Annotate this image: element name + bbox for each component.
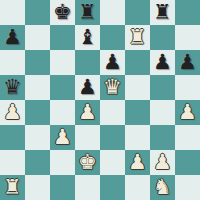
square-g2[interactable]: ♟ bbox=[150, 150, 175, 175]
black-bishop-piece: ♝ bbox=[78, 25, 97, 50]
square-b1[interactable] bbox=[25, 175, 50, 200]
white-pawn-piece: ♟ bbox=[153, 150, 172, 175]
square-a4[interactable]: ♟ bbox=[0, 100, 25, 125]
white-pawn-piece: ♟ bbox=[178, 100, 197, 125]
square-c1[interactable] bbox=[50, 175, 75, 200]
square-f4[interactable] bbox=[125, 100, 150, 125]
square-a2[interactable] bbox=[0, 150, 25, 175]
square-f6[interactable] bbox=[125, 50, 150, 75]
square-c4[interactable] bbox=[50, 100, 75, 125]
square-e6[interactable]: ♟ bbox=[100, 50, 125, 75]
black-pawn-piece: ♟ bbox=[153, 50, 172, 75]
square-a6[interactable] bbox=[0, 50, 25, 75]
square-f8[interactable] bbox=[125, 0, 150, 25]
chess-board: ♚♜♜♟♝♜♟♟♟♛♟♛♟♟♟♟♚♟♟♜♞ bbox=[0, 0, 200, 200]
square-h3[interactable] bbox=[175, 125, 200, 150]
square-d5[interactable]: ♟ bbox=[75, 75, 100, 100]
black-rook-piece: ♜ bbox=[78, 0, 97, 25]
square-g1[interactable]: ♞ bbox=[150, 175, 175, 200]
square-d4[interactable]: ♟ bbox=[75, 100, 100, 125]
square-f5[interactable] bbox=[125, 75, 150, 100]
square-b3[interactable] bbox=[25, 125, 50, 150]
square-b6[interactable] bbox=[25, 50, 50, 75]
square-e8[interactable] bbox=[100, 0, 125, 25]
white-knight-piece: ♞ bbox=[153, 175, 172, 200]
square-c3[interactable]: ♟ bbox=[50, 125, 75, 150]
square-b8[interactable] bbox=[25, 0, 50, 25]
square-h8[interactable] bbox=[175, 0, 200, 25]
square-h5[interactable] bbox=[175, 75, 200, 100]
square-a7[interactable]: ♟ bbox=[0, 25, 25, 50]
square-f7[interactable]: ♜ bbox=[125, 25, 150, 50]
square-b2[interactable] bbox=[25, 150, 50, 175]
square-d7[interactable]: ♝ bbox=[75, 25, 100, 50]
square-g5[interactable] bbox=[150, 75, 175, 100]
white-rook-piece: ♜ bbox=[128, 25, 147, 50]
square-a8[interactable] bbox=[0, 0, 25, 25]
square-h4[interactable]: ♟ bbox=[175, 100, 200, 125]
square-e2[interactable] bbox=[100, 150, 125, 175]
square-d3[interactable] bbox=[75, 125, 100, 150]
square-e4[interactable] bbox=[100, 100, 125, 125]
square-h7[interactable] bbox=[175, 25, 200, 50]
square-h6[interactable]: ♟ bbox=[175, 50, 200, 75]
white-pawn-piece: ♟ bbox=[3, 100, 22, 125]
black-pawn-piece: ♟ bbox=[3, 25, 22, 50]
black-pawn-piece: ♟ bbox=[78, 75, 97, 100]
square-h2[interactable] bbox=[175, 150, 200, 175]
white-king-piece: ♚ bbox=[78, 150, 97, 175]
square-d2[interactable]: ♚ bbox=[75, 150, 100, 175]
white-pawn-piece: ♟ bbox=[128, 150, 147, 175]
square-f2[interactable]: ♟ bbox=[125, 150, 150, 175]
square-c6[interactable] bbox=[50, 50, 75, 75]
square-g3[interactable] bbox=[150, 125, 175, 150]
square-f3[interactable] bbox=[125, 125, 150, 150]
square-e1[interactable] bbox=[100, 175, 125, 200]
square-e7[interactable] bbox=[100, 25, 125, 50]
square-g4[interactable] bbox=[150, 100, 175, 125]
square-a3[interactable] bbox=[0, 125, 25, 150]
square-b5[interactable] bbox=[25, 75, 50, 100]
square-a5[interactable]: ♛ bbox=[0, 75, 25, 100]
square-h1[interactable] bbox=[175, 175, 200, 200]
square-e5[interactable]: ♛ bbox=[100, 75, 125, 100]
square-a1[interactable]: ♜ bbox=[0, 175, 25, 200]
white-queen-piece: ♛ bbox=[103, 75, 122, 100]
black-queen-piece: ♛ bbox=[3, 75, 22, 100]
white-pawn-piece: ♟ bbox=[53, 125, 72, 150]
square-c8[interactable]: ♚ bbox=[50, 0, 75, 25]
black-rook-piece: ♜ bbox=[153, 0, 172, 25]
square-c5[interactable] bbox=[50, 75, 75, 100]
square-e3[interactable] bbox=[100, 125, 125, 150]
white-pawn-piece: ♟ bbox=[78, 100, 97, 125]
square-d1[interactable] bbox=[75, 175, 100, 200]
square-g7[interactable] bbox=[150, 25, 175, 50]
square-d6[interactable] bbox=[75, 50, 100, 75]
square-g6[interactable]: ♟ bbox=[150, 50, 175, 75]
square-g8[interactable]: ♜ bbox=[150, 0, 175, 25]
square-c7[interactable] bbox=[50, 25, 75, 50]
square-d8[interactable]: ♜ bbox=[75, 0, 100, 25]
white-rook-piece: ♜ bbox=[3, 175, 22, 200]
black-pawn-piece: ♟ bbox=[178, 50, 197, 75]
square-b7[interactable] bbox=[25, 25, 50, 50]
square-f1[interactable] bbox=[125, 175, 150, 200]
black-king-piece: ♚ bbox=[53, 0, 72, 25]
square-c2[interactable] bbox=[50, 150, 75, 175]
black-pawn-piece: ♟ bbox=[103, 50, 122, 75]
square-b4[interactable] bbox=[25, 100, 50, 125]
